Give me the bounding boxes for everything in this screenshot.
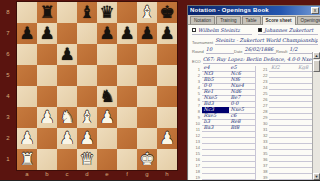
move-34-white[interactable] — [269, 149, 296, 150]
eco-label: ECO — [192, 59, 201, 64]
square-a8[interactable] — [17, 2, 37, 23]
move-36-white[interactable] — [269, 161, 296, 162]
move-number-7: 7 — [192, 103, 202, 108]
square-h5[interactable] — [157, 65, 177, 86]
square-c7[interactable] — [57, 23, 77, 44]
move-number-38: 38 — [260, 169, 270, 174]
square-b8[interactable]: ♜ — [37, 2, 57, 23]
square-h1[interactable] — [157, 149, 177, 170]
move-number-2: 2 — [192, 73, 202, 78]
tab-bar: NotationTrainingTableScore sheetOpenings… — [188, 15, 320, 25]
move-number-34: 34 — [260, 145, 270, 150]
round-label: Round — [192, 49, 204, 54]
rank-label-5: 5 — [0, 65, 16, 86]
move-17-black[interactable] — [229, 167, 256, 168]
move-23-white[interactable] — [269, 83, 296, 84]
square-e1[interactable] — [97, 149, 117, 170]
tab-training[interactable]: Training — [216, 16, 240, 24]
square-h4[interactable] — [157, 86, 177, 107]
move-row-18: 1838 — [192, 168, 310, 174]
move-24-white[interactable] — [269, 89, 296, 90]
move-16-white[interactable] — [202, 161, 229, 162]
scroll-down-icon[interactable]: ▼ — [313, 173, 320, 180]
rank-label-8: 8 — [0, 2, 16, 23]
square-g1[interactable]: ♚ — [137, 149, 157, 170]
square-e8[interactable]: ♛ — [97, 2, 117, 23]
board-frame: 87654321 ♜♝♛♝♚♟♟♟♟♟♟♟♞♟♞♝♟♟♟♟♟♜♛♚ abcdef… — [0, 0, 190, 180]
square-b2[interactable] — [37, 128, 57, 149]
square-h3[interactable] — [157, 107, 177, 128]
move-14-white[interactable] — [202, 149, 229, 150]
square-f7[interactable]: ♟ — [117, 23, 137, 44]
move-row-16: 1636 — [192, 156, 310, 162]
square-g3[interactable] — [137, 107, 157, 128]
square-b1[interactable] — [37, 149, 57, 170]
square-g5[interactable] — [137, 65, 157, 86]
square-h6[interactable] — [157, 44, 177, 65]
move-row-17: 1737 — [192, 162, 310, 168]
move-number-29: 29 — [260, 115, 270, 120]
square-e5[interactable] — [97, 65, 117, 86]
move-39-white[interactable] — [269, 179, 296, 180]
square-e4[interactable]: ♞ — [97, 86, 117, 107]
square-d2[interactable]: ♟ — [77, 128, 97, 149]
move-number-32: 32 — [260, 133, 270, 138]
close-icon[interactable]: x — [311, 7, 319, 14]
file-label-e: e — [97, 170, 117, 179]
square-e6[interactable] — [97, 44, 117, 65]
square-a4[interactable] — [17, 86, 37, 107]
square-b4[interactable] — [37, 86, 57, 107]
move-number-22: 22 — [260, 73, 270, 78]
board-grid: ♜♝♛♝♚♟♟♟♟♟♟♟♞♟♞♝♟♟♟♟♟♜♛♚ — [17, 2, 177, 170]
move-number-33: 33 — [260, 139, 270, 144]
panel-titlebar[interactable]: Notation - Openings Book x — [188, 6, 320, 15]
white-pawn[interactable]: ♟ — [39, 107, 54, 128]
panel-title: Notation - Openings Book — [190, 6, 311, 15]
date-label: Date — [234, 49, 242, 54]
rank-label-4: 4 — [0, 86, 16, 107]
tab-notation[interactable]: Notation — [190, 16, 215, 24]
white-rook[interactable]: ♜ — [19, 149, 34, 170]
move-28-white[interactable] — [269, 113, 296, 114]
square-c4[interactable] — [57, 86, 77, 107]
move-19-white[interactable] — [202, 179, 229, 180]
square-d8[interactable]: ♝ — [77, 2, 97, 23]
move-15-white[interactable] — [202, 155, 229, 156]
black-pawn[interactable]: ♟ — [19, 23, 34, 44]
move-11-white[interactable]: Ba3 — [202, 125, 229, 132]
move-29-white[interactable] — [269, 119, 296, 120]
result-label: Result — [276, 49, 287, 54]
move-number-6: 6 — [192, 97, 202, 102]
file-label-f: f — [117, 170, 137, 179]
scoresheet-content: Wilhelm Steinitz Johannes Zukertort Tour… — [189, 25, 320, 180]
square-d6[interactable] — [77, 44, 97, 65]
move-number-31: 31 — [260, 127, 270, 132]
white-pawn[interactable]: ♟ — [19, 128, 34, 149]
white-knight[interactable]: ♞ — [59, 107, 74, 128]
square-f3[interactable] — [117, 107, 137, 128]
square-h7[interactable]: ♟ — [157, 23, 177, 44]
square-a6[interactable] — [17, 44, 37, 65]
file-label-d: d — [77, 170, 97, 179]
move-21-white[interactable]: Kf2 — [269, 65, 296, 72]
square-f2[interactable] — [117, 128, 137, 149]
tournament-value[interactable]: Steinitz - Zukertort World Championship — [215, 37, 318, 45]
move-number-8: 8 — [192, 109, 202, 114]
black-player-field[interactable]: Johannes Zukertort — [258, 27, 318, 35]
move-38-white[interactable] — [269, 173, 296, 174]
square-f1[interactable] — [117, 149, 137, 170]
white-king[interactable]: ♚ — [139, 149, 154, 170]
black-queen[interactable]: ♛ — [99, 2, 114, 23]
black-bishop[interactable]: ♝ — [79, 2, 94, 23]
column-divider — [255, 66, 256, 181]
move-number-27: 27 — [260, 103, 270, 108]
move-13-black[interactable] — [229, 143, 256, 144]
move-number-15: 15 — [192, 151, 202, 156]
square-c1[interactable] — [57, 149, 77, 170]
square-b5[interactable] — [37, 65, 57, 86]
square-g4[interactable] — [137, 86, 157, 107]
tournament-label: Tournament — [192, 40, 213, 45]
rank-label-6: 6 — [0, 44, 16, 65]
move-19-black[interactable] — [229, 179, 256, 180]
tab-score-sheet[interactable]: Score sheet — [262, 16, 296, 25]
move-18-white[interactable] — [202, 173, 229, 174]
square-f4[interactable] — [117, 86, 137, 107]
move-number-23: 23 — [260, 79, 270, 84]
move-row-15: 1535 — [192, 150, 310, 156]
move-row-11: 11Ba3Bf831 — [192, 126, 310, 132]
move-37-white[interactable] — [269, 167, 296, 168]
file-label-c: c — [57, 170, 77, 179]
black-king[interactable]: ♚ — [159, 2, 174, 23]
white-player-name: Wilhelm Steinitz — [198, 27, 240, 33]
move-number-25: 25 — [260, 91, 270, 96]
rank-label-1: 1 — [0, 149, 16, 170]
move-number-5: 5 — [192, 91, 202, 96]
move-row-20: 2040 — [192, 180, 310, 181]
move-15-black[interactable] — [229, 155, 256, 156]
square-b6[interactable] — [37, 44, 57, 65]
white-bishop[interactable]: ♝ — [79, 107, 94, 128]
black-knight[interactable]: ♞ — [99, 86, 114, 107]
scrollbar-thumb[interactable] — [313, 60, 320, 72]
move-12-black[interactable] — [229, 137, 256, 138]
square-a7[interactable]: ♟ — [17, 23, 37, 44]
move-number-30: 30 — [260, 121, 270, 126]
square-e7[interactable]: ♟ — [97, 23, 117, 44]
square-a1[interactable]: ♜ — [17, 149, 37, 170]
move-number-10: 10 — [192, 121, 202, 126]
move-number-13: 13 — [192, 139, 202, 144]
move-number-9: 9 — [192, 115, 202, 120]
square-a3[interactable] — [17, 107, 37, 128]
move-number-28: 28 — [260, 109, 270, 114]
move-number-14: 14 — [192, 145, 202, 150]
square-a5[interactable] — [17, 65, 37, 86]
square-d1[interactable]: ♛ — [77, 149, 97, 170]
square-c5[interactable] — [57, 65, 77, 86]
move-14-black[interactable] — [229, 149, 256, 150]
move-number-24: 24 — [260, 85, 270, 90]
move-number-35: 35 — [260, 151, 270, 156]
move-31-white[interactable] — [269, 131, 296, 132]
rank-label-3: 3 — [0, 107, 16, 128]
rank-labels: 87654321 — [0, 2, 16, 170]
square-e2[interactable] — [97, 128, 117, 149]
move-13-white[interactable] — [202, 143, 229, 144]
black-player-name: Johannes Zukertort — [264, 27, 313, 33]
rank-label-2: 2 — [0, 128, 16, 149]
app-screen: 87654321 ♜♝♛♝♚♟♟♟♟♟♟♟♞♟♞♝♟♟♟♟♟♜♛♚ abcdef… — [0, 0, 320, 180]
file-labels: abcdefgh — [17, 170, 177, 179]
move-25-white[interactable] — [269, 95, 296, 96]
white-color-square-icon — [192, 28, 196, 32]
white-pawn[interactable]: ♟ — [79, 128, 94, 149]
move-11-black[interactable]: Bf8 — [229, 125, 256, 132]
move-list: 1e4e521Kf2Kg82Nf3Nc6223Bb5Nf62340-0Nxe42… — [192, 66, 318, 181]
date-value[interactable]: 26/02/1886 — [244, 46, 276, 54]
move-number-37: 37 — [260, 163, 270, 168]
square-f5[interactable] — [117, 65, 137, 86]
move-number-11: 11 — [192, 127, 202, 132]
move-27-white[interactable] — [269, 107, 296, 108]
square-d7[interactable] — [77, 23, 97, 44]
move-26-white[interactable] — [269, 101, 296, 102]
move-row-12: 1232 — [192, 132, 310, 138]
move-number-3: 3 — [192, 79, 202, 84]
move-number-19: 19 — [192, 175, 202, 180]
square-d3[interactable]: ♝ — [77, 107, 97, 128]
move-list-scrollbar[interactable]: ▲ ▼ — [312, 52, 320, 180]
tab-openings-book[interactable]: Openings Book — [297, 16, 320, 24]
square-b7[interactable]: ♟ — [37, 23, 57, 44]
black-pawn[interactable]: ♟ — [159, 23, 174, 44]
move-number-17: 17 — [192, 163, 202, 168]
move-30-white[interactable] — [269, 125, 296, 126]
square-f8[interactable] — [117, 2, 137, 23]
square-h8[interactable]: ♚ — [157, 2, 177, 23]
move-35-white[interactable] — [269, 155, 296, 156]
move-number-1: 1 — [192, 67, 202, 72]
square-g2[interactable] — [137, 128, 157, 149]
round-value[interactable]: 10 — [206, 46, 234, 54]
scroll-up-icon[interactable]: ▲ — [313, 52, 320, 59]
square-a2[interactable]: ♟ — [17, 128, 37, 149]
move-number-39: 39 — [260, 175, 270, 180]
white-pawn[interactable]: ♟ — [59, 128, 74, 149]
move-number-16: 16 — [192, 157, 202, 162]
black-pawn[interactable]: ♟ — [59, 44, 74, 65]
square-c6[interactable]: ♟ — [57, 44, 77, 65]
move-number-36: 36 — [260, 157, 270, 162]
square-d4[interactable] — [77, 86, 97, 107]
move-row-19: 1939 — [192, 174, 310, 180]
square-c3[interactable]: ♞ — [57, 107, 77, 128]
tab-table[interactable]: Table — [242, 16, 261, 24]
square-b3[interactable]: ♟ — [37, 107, 57, 128]
white-pawn[interactable]: ♟ — [99, 107, 114, 128]
white-queen[interactable]: ♛ — [79, 149, 94, 170]
move-16-black[interactable] — [229, 161, 256, 162]
square-g8[interactable]: ♝ — [137, 2, 157, 23]
move-17-white[interactable] — [202, 167, 229, 168]
square-e3[interactable]: ♟ — [97, 107, 117, 128]
move-number-12: 12 — [192, 133, 202, 138]
square-f6[interactable] — [117, 44, 137, 65]
file-label-a: a — [17, 170, 37, 179]
black-pawn[interactable]: ♟ — [119, 23, 134, 44]
eco-value[interactable]: C67: Ruy Lopez: Berlin Defence, 4.0-0 Nx… — [203, 56, 318, 64]
move-number-18: 18 — [192, 169, 202, 174]
move-row-14: 1434 — [192, 144, 310, 150]
white-pawn[interactable]: ♟ — [159, 128, 174, 149]
move-row-13: 1333 — [192, 138, 310, 144]
black-pawn[interactable]: ♟ — [139, 23, 154, 44]
move-number-21: 21 — [260, 67, 270, 72]
square-c2[interactable]: ♟ — [57, 128, 77, 149]
black-rook[interactable]: ♜ — [39, 2, 54, 23]
move-number-26: 26 — [260, 97, 270, 102]
file-label-h: h — [157, 170, 177, 179]
white-bishop[interactable]: ♝ — [139, 2, 154, 23]
square-g7[interactable]: ♟ — [137, 23, 157, 44]
move-32-white[interactable] — [269, 137, 296, 138]
black-pawn[interactable]: ♟ — [99, 23, 114, 44]
square-c8[interactable] — [57, 2, 77, 23]
move-22-white[interactable] — [269, 77, 296, 78]
move-18-black[interactable] — [229, 173, 256, 174]
rank-label-7: 7 — [0, 23, 16, 44]
move-33-white[interactable] — [269, 143, 296, 144]
file-label-b: b — [37, 170, 57, 179]
move-12-white[interactable] — [202, 137, 229, 138]
square-d5[interactable] — [77, 65, 97, 86]
file-label-g: g — [137, 170, 157, 179]
move-number-4: 4 — [192, 85, 202, 90]
square-h2[interactable]: ♟ — [157, 128, 177, 149]
white-player-field[interactable]: Wilhelm Steinitz — [192, 27, 252, 35]
square-g6[interactable] — [137, 44, 157, 65]
black-pawn[interactable]: ♟ — [39, 23, 54, 44]
notation-panel: Notation - Openings Book x NotationTrain… — [187, 5, 320, 180]
black-color-square-icon — [258, 28, 262, 32]
